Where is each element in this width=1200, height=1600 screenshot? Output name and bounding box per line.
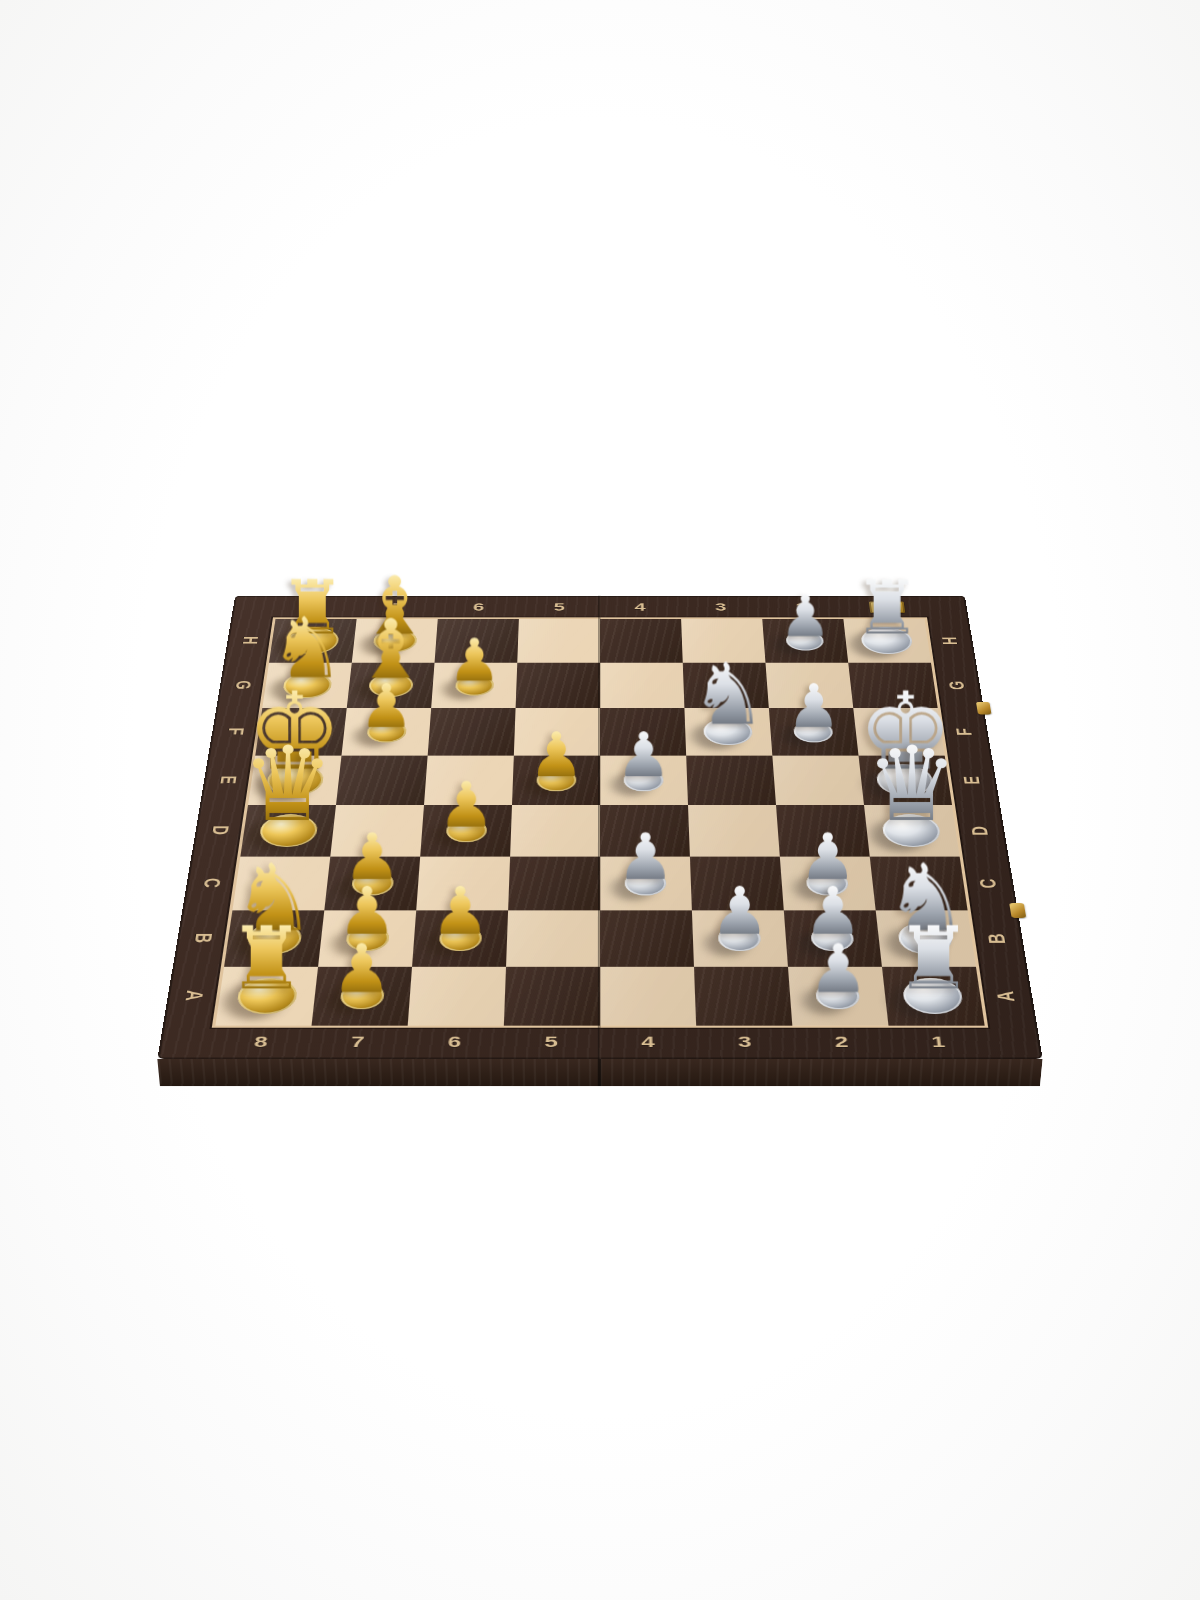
rank-label-far-1: 1 xyxy=(876,601,890,614)
file-label-right-H: H xyxy=(937,636,963,644)
pawn-glyph: ♟ xyxy=(564,724,723,785)
file-label-left-H: H xyxy=(237,636,263,644)
file-label-right-G: G xyxy=(944,680,970,689)
product-photo: 8877665544332211AABBCCDDEEFFGGHH ♜♞♚♛♞♜♝… xyxy=(0,0,1200,1600)
rank-label-far-7: 7 xyxy=(392,601,405,614)
scene: 8877665544332211AABBCCDDEEFFGGHH ♜♞♚♛♞♜♝… xyxy=(200,405,1000,1205)
rank-label-far-3: 3 xyxy=(715,601,728,614)
file-label-left-G: G xyxy=(230,680,256,689)
perspective-tilt: 8877665544332211AABBCCDDEEFFGGHH ♜♞♚♛♞♜♝… xyxy=(157,596,1042,1059)
rook-glyph: ♜ xyxy=(847,916,1020,1003)
rank-label-far-4: 4 xyxy=(634,601,646,614)
rank-label-far-5: 5 xyxy=(553,601,565,614)
rank-label-far-8: 8 xyxy=(311,601,325,614)
rank-label-far-6: 6 xyxy=(473,601,486,614)
board-side-rail xyxy=(157,1059,1042,1086)
rank-label-far-2: 2 xyxy=(795,601,808,614)
pieces-layer: ♜♞♚♛♞♜♝♝♟♟♟♟♟♟♟♟♟♟♞♟♟♟♟♟♟♜♚♛♞♜ xyxy=(157,596,1042,1059)
pawn-glyph: ♟ xyxy=(275,935,448,1002)
chessboard: 8877665544332211AABBCCDDEEFFGGHH ♜♞♚♛♞♜♝… xyxy=(157,596,1042,1059)
